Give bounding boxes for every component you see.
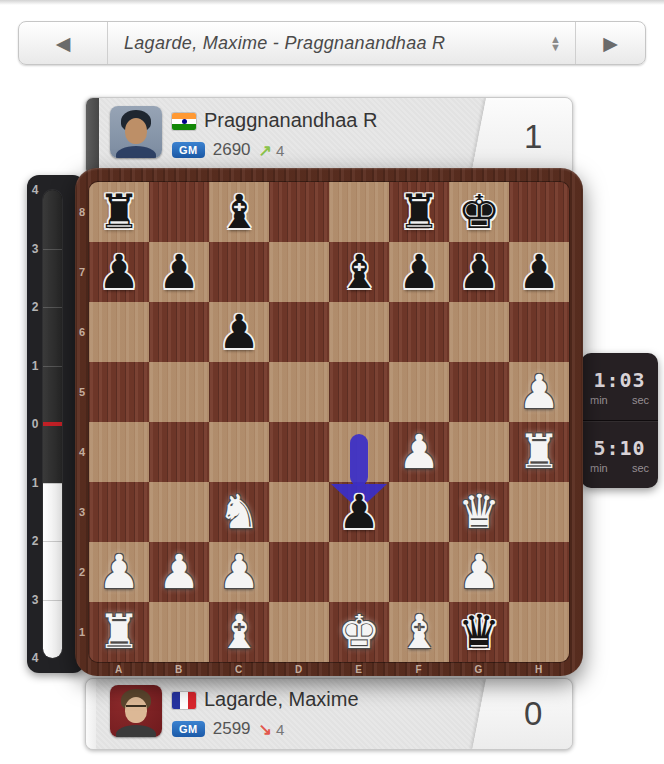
clock-units: min sec [581,392,658,406]
clock-panel: 1:03 min sec 5:10 min sec [581,353,658,488]
square-h6[interactable] [509,302,569,362]
square-e4[interactable] [329,422,389,482]
clock-black: 1:03 min sec [581,353,658,421]
eval-label-1: 3 [28,242,42,256]
sec-label: sec [632,394,649,406]
score-section: 0 [486,679,572,749]
game-selector[interactable]: Lagarde, Maxime - Praggnanandhaa R ▲ ▼ [107,22,575,64]
player-rating: 2690 [213,140,251,160]
rank-label-8: 8 [75,182,89,242]
file-label-g: G [449,662,509,676]
eval-segment-line [43,600,62,601]
right-arrow-icon: ▶ [603,32,618,55]
square-b7[interactable] [149,242,209,302]
rank-label-6: 6 [75,302,89,362]
square-d1[interactable] [269,602,329,662]
square-c4[interactable] [209,422,269,482]
player-card-white: Lagarde, Maxime GM 2599 ↘ 4 0 [85,678,573,750]
black-advantage-fill [43,190,62,483]
eval-label-4: 0 [28,417,42,431]
avatar [110,106,162,158]
min-label: min [590,462,608,474]
eval-label-2: 2 [28,300,42,314]
square-g2[interactable] [449,542,509,602]
rank-label-4: 4 [75,422,89,482]
square-f4[interactable] [389,422,449,482]
square-g7[interactable] [449,242,509,302]
chess-board: 87654321 ABCDEFGH ♜♝♜♚♟♟♝♟♟♟♟♟♟♜♞♟♛♟♟♟♟♜… [75,168,583,676]
square-e1[interactable] [329,602,389,662]
clock-time: 5:10 [581,436,658,460]
eval-zero-marker [43,422,62,426]
square-c6[interactable] [209,302,269,362]
square-h2[interactable] [509,542,569,602]
square-d6[interactable] [269,302,329,362]
square-a1[interactable] [89,602,149,662]
sec-label: sec [632,462,649,474]
eval-segment-line [43,307,62,308]
player-meta: GM 2599 ↘ 4 [172,719,284,739]
eval-label-0: 4 [28,183,42,197]
square-c1[interactable] [209,602,269,662]
square-h1[interactable] [509,602,569,662]
rating-up-icon: ↗ [259,141,272,160]
square-e8[interactable] [329,182,389,242]
square-g1[interactable] [449,602,509,662]
square-g4[interactable] [449,422,509,482]
square-e7[interactable] [329,242,389,302]
file-label-e: E [329,662,389,676]
player-name: Praggnanandhaa R [204,109,377,132]
player-meta: GM 2690 ↗ 4 [172,140,284,160]
square-c2[interactable] [209,542,269,602]
square-a2[interactable] [89,542,149,602]
square-g6[interactable] [449,302,509,362]
square-g3[interactable] [449,482,509,542]
clock-time: 1:03 [581,368,658,392]
rank-label-7: 7 [75,242,89,302]
avatar [110,685,162,737]
square-h5[interactable] [509,362,569,422]
file-label-h: H [509,662,569,676]
square-c8[interactable] [209,182,269,242]
rating-change: 4 [276,721,284,738]
square-b1[interactable] [149,602,209,662]
previous-game-button[interactable]: ◀ [19,22,107,64]
file-label-f: F [389,662,449,676]
rating-change: 4 [276,142,284,159]
score-section: 1 [486,98,572,176]
square-g8[interactable] [449,182,509,242]
player-rating: 2599 [213,719,251,739]
top-shadow [0,0,664,5]
square-d8[interactable] [269,182,329,242]
square-e5[interactable] [329,362,389,422]
sort-down-icon: ▼ [550,43,561,51]
square-b6[interactable] [149,302,209,362]
board-squares-area: ♜♝♜♚♟♟♝♟♟♟♟♟♟♜♞♟♛♟♟♟♟♜♝♚♝♛ [89,182,569,662]
white-side-indicator [86,679,96,749]
eval-label-3: 1 [28,359,42,373]
square-a6[interactable] [89,302,149,362]
chess-broadcast-viewer: ◀ Lagarde, Maxime - Praggnanandhaa R ▲ ▼… [0,0,664,764]
square-b4[interactable] [149,422,209,482]
square-a7[interactable] [89,242,149,302]
avatar-shirt [116,146,156,158]
rank-label-1: 1 [75,602,89,662]
square-h7[interactable] [509,242,569,302]
file-label-c: C [209,662,269,676]
square-f3[interactable] [389,482,449,542]
square-e6[interactable] [329,302,389,362]
eval-label-6: 2 [28,534,42,548]
eval-label-8: 4 [28,651,42,665]
sort-games-icon[interactable]: ▲ ▼ [550,35,561,51]
game-title: Lagarde, Maxime - Praggnanandhaa R [124,33,550,54]
file-label-a: A [89,662,149,676]
clock-white: 5:10 min sec [581,421,658,488]
square-c7[interactable] [209,242,269,302]
rating-down-icon: ↘ [259,720,272,739]
rank-coordinates: 87654321 [75,182,89,662]
avatar-face [125,118,147,144]
file-label-d: D [269,662,329,676]
eval-segment-line [43,483,62,484]
square-c3[interactable] [209,482,269,542]
square-a4[interactable] [89,422,149,482]
square-d2[interactable] [269,542,329,602]
square-d7[interactable] [269,242,329,302]
min-label: min [590,394,608,406]
eval-segment-line [43,249,62,250]
avatar-shirt [116,725,156,737]
eval-label-5: 1 [28,476,42,490]
square-e3[interactable] [329,482,389,542]
square-d5[interactable] [269,362,329,422]
match-score: 1 [524,118,542,156]
square-a8[interactable] [89,182,149,242]
player-name: Lagarde, Maxime [204,688,359,711]
square-f2[interactable] [389,542,449,602]
eval-segment-line [43,541,62,542]
square-b8[interactable] [149,182,209,242]
square-f5[interactable] [389,362,449,422]
square-h8[interactable] [509,182,569,242]
clock-units: min sec [581,460,658,474]
match-score: 0 [524,695,542,733]
india-flag-icon [172,113,196,130]
player-card-black: Praggnanandhaa R GM 2690 ↗ 4 1 [85,97,573,177]
square-a3[interactable] [89,482,149,542]
square-e2[interactable] [329,542,389,602]
gm-title-badge: GM [172,142,205,158]
left-arrow-icon: ◀ [56,32,71,55]
file-label-b: B [149,662,209,676]
square-d3[interactable] [269,482,329,542]
eval-segment-line [43,366,62,367]
eval-label-7: 3 [28,593,42,607]
square-f7[interactable] [389,242,449,302]
square-g5[interactable] [449,362,509,422]
game-selector-bar: ◀ Lagarde, Maxime - Praggnanandhaa R ▲ ▼… [18,21,646,65]
evaluation-scale: 432101234 [28,190,42,658]
rank-label-3: 3 [75,482,89,542]
square-f8[interactable] [389,182,449,242]
france-flag-icon [172,692,196,709]
square-a5[interactable] [89,362,149,422]
square-d4[interactable] [269,422,329,482]
squares-layer [89,182,569,662]
white-advantage-fill [43,483,62,659]
square-b2[interactable] [149,542,209,602]
square-h4[interactable] [509,422,569,482]
avatar-glasses [126,705,146,713]
square-f1[interactable] [389,602,449,662]
gm-title-badge: GM [172,721,205,737]
file-coordinates: ABCDEFGH [89,662,569,676]
evaluation-bar [43,190,62,658]
next-game-button[interactable]: ▶ [575,22,645,64]
black-side-indicator [86,98,99,176]
square-c5[interactable] [209,362,269,422]
rank-label-5: 5 [75,362,89,422]
square-h3[interactable] [509,482,569,542]
rank-label-2: 2 [75,542,89,602]
square-b3[interactable] [149,482,209,542]
square-f6[interactable] [389,302,449,362]
square-b5[interactable] [149,362,209,422]
